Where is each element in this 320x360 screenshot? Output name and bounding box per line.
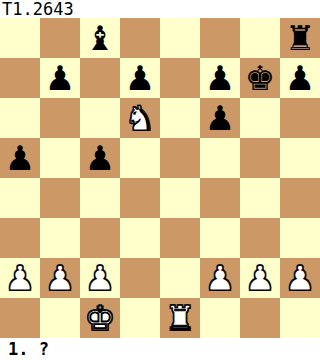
- piece-bP[interactable]: ♟: [125, 58, 155, 98]
- move-prompt: 1. ?: [8, 338, 49, 360]
- piece-wP[interactable]: ♟: [5, 258, 35, 298]
- piece-bP[interactable]: ♟: [205, 98, 235, 138]
- square-c8[interactable]: ♝: [80, 18, 120, 58]
- square-d8[interactable]: [120, 18, 160, 58]
- square-g6[interactable]: [240, 98, 280, 138]
- square-g2[interactable]: ♟: [240, 258, 280, 298]
- square-a3[interactable]: [0, 218, 40, 258]
- square-e1[interactable]: ♜: [160, 298, 200, 338]
- square-f2[interactable]: ♟: [200, 258, 240, 298]
- square-e2[interactable]: [160, 258, 200, 298]
- square-b3[interactable]: [40, 218, 80, 258]
- square-a2[interactable]: ♟: [0, 258, 40, 298]
- header-eval-label: T1.2643: [2, 0, 74, 18]
- square-b8[interactable]: [40, 18, 80, 58]
- square-d1[interactable]: [120, 298, 160, 338]
- square-a4[interactable]: [0, 178, 40, 218]
- piece-bR[interactable]: ♜: [285, 18, 315, 58]
- piece-bK[interactable]: ♚: [245, 58, 275, 98]
- piece-bP[interactable]: ♟: [285, 58, 315, 98]
- square-h5[interactable]: [280, 138, 320, 178]
- piece-bP[interactable]: ♟: [205, 58, 235, 98]
- square-h1[interactable]: [280, 298, 320, 338]
- square-f3[interactable]: [200, 218, 240, 258]
- piece-wP[interactable]: ♟: [205, 258, 235, 298]
- square-b6[interactable]: [40, 98, 80, 138]
- piece-bP[interactable]: ♟: [5, 138, 35, 178]
- square-h7[interactable]: ♟: [280, 58, 320, 98]
- square-g7[interactable]: ♚: [240, 58, 280, 98]
- piece-bP[interactable]: ♟: [45, 58, 75, 98]
- square-e6[interactable]: [160, 98, 200, 138]
- square-f1[interactable]: [200, 298, 240, 338]
- square-h6[interactable]: [280, 98, 320, 138]
- piece-bP[interactable]: ♟: [85, 138, 115, 178]
- piece-wP[interactable]: ♟: [45, 258, 75, 298]
- square-c3[interactable]: [80, 218, 120, 258]
- square-b7[interactable]: ♟: [40, 58, 80, 98]
- square-f4[interactable]: [200, 178, 240, 218]
- square-a5[interactable]: ♟: [0, 138, 40, 178]
- square-e4[interactable]: [160, 178, 200, 218]
- square-d5[interactable]: [120, 138, 160, 178]
- square-f7[interactable]: ♟: [200, 58, 240, 98]
- square-e8[interactable]: [160, 18, 200, 58]
- square-a7[interactable]: [0, 58, 40, 98]
- square-f6[interactable]: ♟: [200, 98, 240, 138]
- piece-wP[interactable]: ♟: [285, 258, 315, 298]
- square-f8[interactable]: [200, 18, 240, 58]
- square-a6[interactable]: [0, 98, 40, 138]
- square-h2[interactable]: ♟: [280, 258, 320, 298]
- piece-bB[interactable]: ♝: [85, 18, 115, 58]
- piece-wP[interactable]: ♟: [85, 258, 115, 298]
- square-h3[interactable]: [280, 218, 320, 258]
- square-a8[interactable]: [0, 18, 40, 58]
- chess-board: ♝♜♟♟♟♚♟♞♟♟♟♟♟♟♟♟♟♚♜: [0, 18, 320, 338]
- square-b1[interactable]: [40, 298, 80, 338]
- piece-wR[interactable]: ♜: [165, 298, 195, 338]
- square-a1[interactable]: [0, 298, 40, 338]
- square-g8[interactable]: [240, 18, 280, 58]
- square-c1[interactable]: ♚: [80, 298, 120, 338]
- square-d3[interactable]: [120, 218, 160, 258]
- chess-diagram: T1.2643 ♝♜♟♟♟♚♟♞♟♟♟♟♟♟♟♟♟♚♜ 1. ?: [0, 0, 320, 360]
- square-c2[interactable]: ♟: [80, 258, 120, 298]
- square-d4[interactable]: [120, 178, 160, 218]
- square-c5[interactable]: ♟: [80, 138, 120, 178]
- square-g4[interactable]: [240, 178, 280, 218]
- square-g5[interactable]: [240, 138, 280, 178]
- square-c6[interactable]: [80, 98, 120, 138]
- square-b2[interactable]: ♟: [40, 258, 80, 298]
- square-c7[interactable]: [80, 58, 120, 98]
- square-b4[interactable]: [40, 178, 80, 218]
- square-c4[interactable]: [80, 178, 120, 218]
- square-g3[interactable]: [240, 218, 280, 258]
- piece-wK[interactable]: ♚: [85, 298, 115, 338]
- piece-wP[interactable]: ♟: [245, 258, 275, 298]
- piece-wN[interactable]: ♞: [125, 98, 155, 138]
- square-e7[interactable]: [160, 58, 200, 98]
- square-d7[interactable]: ♟: [120, 58, 160, 98]
- square-e3[interactable]: [160, 218, 200, 258]
- square-g1[interactable]: [240, 298, 280, 338]
- square-h8[interactable]: ♜: [280, 18, 320, 58]
- square-h4[interactable]: [280, 178, 320, 218]
- square-d2[interactable]: [120, 258, 160, 298]
- square-b5[interactable]: [40, 138, 80, 178]
- square-d6[interactable]: ♞: [120, 98, 160, 138]
- square-e5[interactable]: [160, 138, 200, 178]
- square-f5[interactable]: [200, 138, 240, 178]
